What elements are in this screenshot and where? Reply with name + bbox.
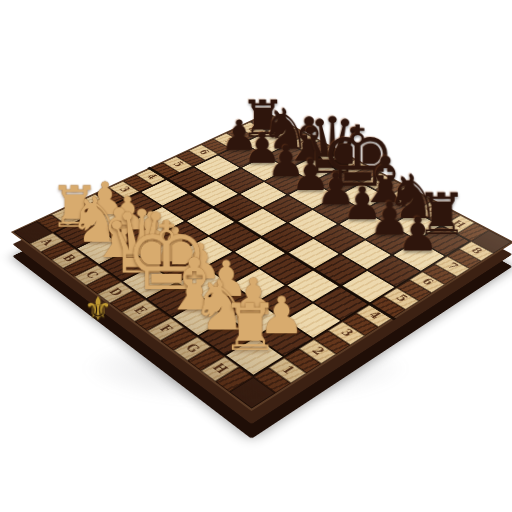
scene-3d: ABCDEFGH ABCDEFGH 87654321 87654321 ♜♞♟♝…: [0, 0, 512, 512]
chess-board-3d: ABCDEFGH ABCDEFGH 87654321 87654321 ♜♞♟♝…: [14, 114, 512, 409]
chess-board: ABCDEFGH ABCDEFGH 87654321 87654321 ♜♞♟♝…: [14, 114, 512, 409]
photo-background: ABCDEFGH ABCDEFGH 87654321 87654321 ♜♞♟♝…: [0, 0, 512, 512]
black-pawn-icon: ♟: [371, 210, 463, 257]
pieces-layer: ♜♞♟♝♟♛♟♚♟♝♟♞♟♟♜♟♟♜♟♟♞♟♝♟♛♟♚♟♝♟♞♜: [14, 114, 512, 409]
white-rook-icon: ♜: [198, 295, 301, 360]
brass-clasp-glyph: ⚜: [79, 293, 116, 325]
